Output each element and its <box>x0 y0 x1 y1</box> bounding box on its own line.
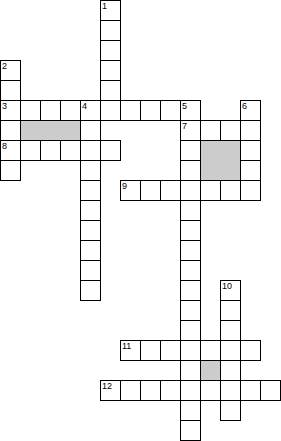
cell-r7-c12[interactable] <box>240 140 261 161</box>
cell-r17-c6[interactable]: 11 <box>120 340 141 361</box>
clue-number: 1 <box>102 1 107 11</box>
cell-r7-c2[interactable] <box>40 140 61 161</box>
cell-r17-c7[interactable] <box>140 340 161 361</box>
cell-r6-c9[interactable]: 7 <box>180 120 201 141</box>
cell-r20-c9[interactable] <box>180 400 201 421</box>
clue-number: 10 <box>222 281 232 291</box>
cell-r18-c11[interactable] <box>220 360 241 381</box>
cell-r9-c9[interactable] <box>180 180 201 201</box>
cell-r5-c9[interactable]: 5 <box>180 100 201 121</box>
clue-number: 9 <box>122 181 127 191</box>
cell-r3-c5[interactable] <box>100 60 121 81</box>
cell-r19-c10[interactable] <box>200 380 221 401</box>
cell-r19-c11[interactable] <box>220 380 241 401</box>
cell-r8-c4[interactable] <box>80 160 101 181</box>
clue-number: 2 <box>2 61 7 71</box>
clue-number: 5 <box>182 101 187 111</box>
cell-r5-c4[interactable]: 4 <box>80 100 101 121</box>
cell-r17-c11[interactable] <box>220 340 241 361</box>
cell-r14-c11[interactable]: 10 <box>220 280 241 301</box>
cell-r11-c4[interactable] <box>80 220 101 241</box>
cell-r8-c9[interactable] <box>180 160 201 181</box>
cell-r5-c12[interactable]: 6 <box>240 100 261 121</box>
cell-r7-c1[interactable] <box>20 140 41 161</box>
cell-r7-c4[interactable] <box>80 140 101 161</box>
cell-r7-c0[interactable]: 8 <box>0 140 21 161</box>
cell-r6-c0[interactable] <box>0 120 21 141</box>
cell-r0-c5[interactable]: 1 <box>100 0 121 21</box>
cell-r17-c9[interactable] <box>180 340 201 361</box>
shaded-block-2 <box>200 360 221 381</box>
clue-number: 11 <box>122 341 131 351</box>
cell-r1-c5[interactable] <box>100 20 121 41</box>
cell-r17-c10[interactable] <box>200 340 221 361</box>
cell-r12-c4[interactable] <box>80 240 101 261</box>
cell-r16-c11[interactable] <box>220 320 241 341</box>
cell-r19-c7[interactable] <box>140 380 161 401</box>
cell-r5-c8[interactable] <box>160 100 181 121</box>
cell-r17-c12[interactable] <box>240 340 261 361</box>
cell-r6-c12[interactable] <box>240 120 261 141</box>
cell-r14-c9[interactable] <box>180 280 201 301</box>
shaded-block-1 <box>200 140 241 181</box>
cell-r6-c11[interactable] <box>220 120 241 141</box>
cell-r7-c5[interactable] <box>100 140 121 161</box>
clue-number: 3 <box>2 101 7 111</box>
cell-r19-c6[interactable] <box>120 380 141 401</box>
cell-r7-c9[interactable] <box>180 140 201 161</box>
cell-r12-c9[interactable] <box>180 240 201 261</box>
cell-r15-c9[interactable] <box>180 300 201 321</box>
cell-r5-c1[interactable] <box>20 100 41 121</box>
cell-r15-c11[interactable] <box>220 300 241 321</box>
cell-r13-c4[interactable] <box>80 260 101 281</box>
cell-r9-c11[interactable] <box>220 180 241 201</box>
clue-number: 12 <box>102 381 112 391</box>
cell-r18-c9[interactable] <box>180 360 201 381</box>
cell-r3-c0[interactable]: 2 <box>0 60 21 81</box>
cell-r5-c5[interactable] <box>100 100 121 121</box>
cell-r9-c12[interactable] <box>240 180 261 201</box>
cell-r19-c5[interactable]: 12 <box>100 380 121 401</box>
cell-r9-c4[interactable] <box>80 180 101 201</box>
cell-r11-c9[interactable] <box>180 220 201 241</box>
clue-number: 4 <box>82 101 87 111</box>
crossword-board: 123456789101112 <box>0 0 281 441</box>
cell-r9-c10[interactable] <box>200 180 221 201</box>
cell-r13-c9[interactable] <box>180 260 201 281</box>
cell-r4-c0[interactable] <box>0 80 21 101</box>
cell-r5-c2[interactable] <box>40 100 61 121</box>
cell-r5-c6[interactable] <box>120 100 141 121</box>
shaded-block-0 <box>20 120 81 141</box>
clue-number: 8 <box>2 141 7 151</box>
cell-r6-c10[interactable] <box>200 120 221 141</box>
cell-r7-c3[interactable] <box>60 140 81 161</box>
cell-r19-c8[interactable] <box>160 380 181 401</box>
cell-r14-c4[interactable] <box>80 280 101 301</box>
cell-r6-c4[interactable] <box>80 120 101 141</box>
cell-r8-c12[interactable] <box>240 160 261 181</box>
clue-number: 7 <box>182 121 187 131</box>
cell-r5-c3[interactable] <box>60 100 81 121</box>
cell-r19-c13[interactable] <box>260 380 281 401</box>
cell-r19-c12[interactable] <box>240 380 261 401</box>
cell-r9-c8[interactable] <box>160 180 181 201</box>
cell-r4-c5[interactable] <box>100 80 121 101</box>
cell-r16-c9[interactable] <box>180 320 201 341</box>
cell-r5-c0[interactable]: 3 <box>0 100 21 121</box>
cell-r10-c4[interactable] <box>80 200 101 221</box>
cell-r20-c11[interactable] <box>220 400 241 421</box>
cell-r5-c7[interactable] <box>140 100 161 121</box>
cell-r2-c5[interactable] <box>100 40 121 61</box>
clue-number: 6 <box>242 101 247 111</box>
cell-r9-c6[interactable]: 9 <box>120 180 141 201</box>
cell-r19-c9[interactable] <box>180 380 201 401</box>
cell-r21-c9[interactable] <box>180 420 201 441</box>
cell-r9-c7[interactable] <box>140 180 161 201</box>
cell-r8-c0[interactable] <box>0 160 21 181</box>
cell-r17-c8[interactable] <box>160 340 181 361</box>
cell-r10-c9[interactable] <box>180 200 201 221</box>
